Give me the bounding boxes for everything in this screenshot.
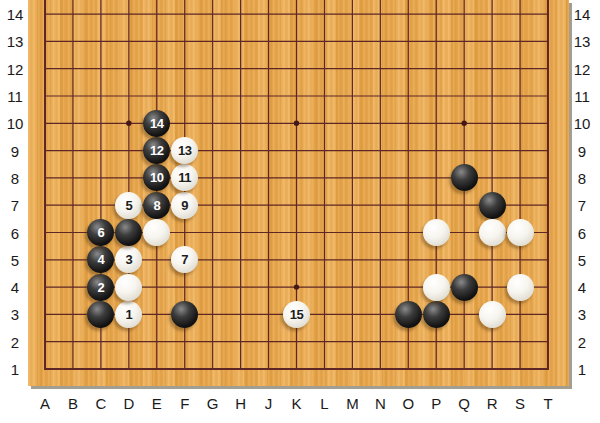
column-label-C: C — [95, 395, 106, 412]
row-label-left-9: 9 — [11, 142, 19, 159]
row-label-right-10: 10 — [574, 115, 591, 132]
column-label-S: S — [515, 395, 525, 412]
column-label-M: M — [346, 395, 359, 412]
row-label-right-2: 2 — [578, 333, 586, 350]
stone-D4 — [115, 274, 142, 301]
row-label-right-6: 6 — [578, 224, 586, 241]
row-label-right-5: 5 — [578, 251, 586, 268]
column-label-G: G — [207, 395, 219, 412]
stone-S4 — [507, 274, 534, 301]
column-label-A: A — [40, 395, 50, 412]
column-label-N: N — [375, 395, 386, 412]
row-label-left-10: 10 — [7, 115, 24, 132]
column-label-P: P — [431, 395, 441, 412]
column-label-E: E — [152, 395, 162, 412]
row-label-right-11: 11 — [574, 88, 590, 105]
column-label-F: F — [180, 395, 189, 412]
row-label-right-13: 13 — [574, 33, 591, 50]
move-2-stone-C4: 2 — [87, 274, 114, 301]
go-board[interactable]: 123456789101112131415 — [28, 0, 569, 386]
row-label-left-2: 2 — [11, 333, 19, 350]
column-label-T: T — [543, 395, 552, 412]
stone-Q4 — [451, 274, 478, 301]
column-label-R: R — [487, 395, 498, 412]
column-label-H: H — [235, 395, 246, 412]
row-label-right-9: 9 — [578, 142, 586, 159]
star-point-D10 — [126, 121, 131, 126]
column-label-L: L — [320, 395, 328, 412]
stone-Q8 — [451, 164, 478, 191]
stone-R6 — [479, 219, 506, 246]
move-5-stone-D7: 5 — [115, 192, 142, 219]
column-label-J: J — [265, 395, 273, 412]
row-label-right-8: 8 — [578, 169, 586, 186]
row-label-right-3: 3 — [578, 306, 586, 323]
column-label-B: B — [68, 395, 78, 412]
row-label-right-12: 12 — [574, 60, 591, 77]
stone-F3 — [171, 301, 198, 328]
stone-P3 — [423, 301, 450, 328]
move-9-stone-F7: 9 — [171, 192, 198, 219]
star-point-K4 — [294, 284, 299, 289]
row-label-left-8: 8 — [11, 169, 19, 186]
column-label-D: D — [123, 395, 134, 412]
column-label-K: K — [291, 395, 301, 412]
column-label-O: O — [402, 395, 414, 412]
go-diagram: 123456789101112131415 112233445566778899… — [0, 0, 600, 423]
stone-R7 — [479, 192, 506, 219]
stone-P4 — [423, 274, 450, 301]
row-label-left-13: 13 — [7, 33, 24, 50]
row-label-right-14: 14 — [574, 6, 591, 23]
stone-P6 — [423, 219, 450, 246]
row-label-left-1: 1 — [11, 361, 19, 378]
row-label-left-4: 4 — [11, 279, 19, 296]
row-label-right-4: 4 — [578, 279, 586, 296]
row-label-left-12: 12 — [7, 60, 24, 77]
row-label-left-7: 7 — [11, 197, 19, 214]
stone-O3 — [395, 301, 422, 328]
row-label-left-6: 6 — [11, 224, 19, 241]
column-label-Q: Q — [458, 395, 470, 412]
move-14-stone-E10: 14 — [143, 110, 170, 137]
row-label-left-11: 11 — [7, 88, 23, 105]
star-point-K10 — [294, 121, 299, 126]
row-label-right-7: 7 — [578, 197, 586, 214]
row-label-right-1: 1 — [578, 361, 586, 378]
stone-S6 — [507, 219, 534, 246]
row-label-left-14: 14 — [7, 6, 24, 23]
star-point-Q10 — [461, 121, 466, 126]
move-8-stone-E7: 8 — [143, 192, 170, 219]
row-label-left-5: 5 — [11, 251, 19, 268]
stone-R3 — [479, 301, 506, 328]
row-label-left-3: 3 — [11, 306, 19, 323]
move-15-stone-K3: 15 — [283, 301, 310, 328]
